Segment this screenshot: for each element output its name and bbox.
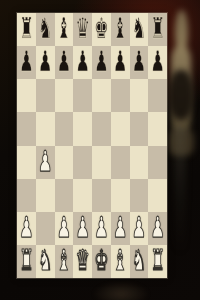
square-f7[interactable]: ♟ (111, 46, 130, 79)
square-d4[interactable] (73, 146, 92, 179)
black-pawn-f7[interactable]: ♟ (113, 48, 127, 76)
black-bishop-f8[interactable]: ♝ (113, 15, 127, 43)
white-king-e1[interactable]: ♚ (94, 247, 108, 275)
white-pawn-f2[interactable]: ♟ (113, 213, 127, 241)
white-knight-g1[interactable]: ♞ (132, 247, 146, 275)
square-a8[interactable]: ♜ (17, 13, 36, 46)
square-e4[interactable] (92, 146, 111, 179)
square-b1[interactable]: ♞ (36, 245, 55, 278)
square-g3[interactable] (130, 179, 149, 212)
square-b4[interactable]: ♟ (36, 146, 55, 179)
background-pawn-body (171, 45, 191, 133)
square-g6[interactable] (130, 79, 149, 112)
square-c2[interactable]: ♟ (55, 212, 74, 245)
square-d7[interactable]: ♟ (73, 46, 92, 79)
square-h6[interactable] (148, 79, 167, 112)
square-c3[interactable] (55, 179, 74, 212)
white-pawn-c2[interactable]: ♟ (57, 213, 71, 241)
white-bishop-f1[interactable]: ♝ (113, 247, 127, 275)
square-d1[interactable]: ♛ (73, 245, 92, 278)
square-e1[interactable]: ♚ (92, 245, 111, 278)
square-h2[interactable]: ♟ (148, 212, 167, 245)
background-blurred-pawn-photo (167, 10, 195, 190)
square-a1[interactable]: ♜ (17, 245, 36, 278)
square-c4[interactable] (55, 146, 74, 179)
square-a3[interactable] (17, 179, 36, 212)
square-h4[interactable] (148, 146, 167, 179)
black-rook-a8[interactable]: ♜ (19, 15, 33, 43)
black-pawn-d7[interactable]: ♟ (75, 48, 89, 76)
square-g5[interactable] (130, 112, 149, 145)
chess-board: ♜♞♝♛♚♝♞♜♟♟♟♟♟♟♟♟♟♟♟♟♟♟♟♟♜♞♝♛♚♝♞♜ (17, 13, 167, 278)
square-f1[interactable]: ♝ (111, 245, 130, 278)
square-g2[interactable]: ♟ (130, 212, 149, 245)
white-bishop-c1[interactable]: ♝ (57, 247, 71, 275)
square-d6[interactable] (73, 79, 92, 112)
black-knight-g8[interactable]: ♞ (132, 15, 146, 43)
black-pawn-e7[interactable]: ♟ (94, 48, 108, 76)
square-a6[interactable] (17, 79, 36, 112)
black-pawn-a7[interactable]: ♟ (19, 48, 33, 76)
square-f2[interactable]: ♟ (111, 212, 130, 245)
white-pawn-b4[interactable]: ♟ (38, 147, 52, 175)
square-g7[interactable]: ♟ (130, 46, 149, 79)
square-c5[interactable] (55, 112, 74, 145)
white-pawn-d2[interactable]: ♟ (75, 213, 89, 241)
square-c7[interactable]: ♟ (55, 46, 74, 79)
white-knight-b1[interactable]: ♞ (38, 247, 52, 275)
square-b2[interactable] (36, 212, 55, 245)
square-b7[interactable]: ♟ (36, 46, 55, 79)
square-b5[interactable] (36, 112, 55, 145)
square-f5[interactable] (111, 112, 130, 145)
square-c8[interactable]: ♝ (55, 13, 74, 46)
square-d5[interactable] (73, 112, 92, 145)
black-pawn-c7[interactable]: ♟ (57, 48, 71, 76)
black-pawn-h7[interactable]: ♟ (150, 48, 164, 76)
black-pawn-g7[interactable]: ♟ (132, 48, 146, 76)
background-light-streak (174, 125, 186, 255)
square-g8[interactable]: ♞ (130, 13, 149, 46)
white-rook-h1[interactable]: ♜ (150, 247, 164, 275)
square-e8[interactable]: ♚ (92, 13, 111, 46)
black-pawn-b7[interactable]: ♟ (38, 48, 52, 76)
background-pawn-base (168, 128, 194, 156)
square-f4[interactable] (111, 146, 130, 179)
black-knight-b8[interactable]: ♞ (38, 15, 52, 43)
square-f6[interactable] (111, 79, 130, 112)
black-queen-d8[interactable]: ♛ (75, 15, 89, 43)
background-dark-piece-shadow (169, 70, 193, 120)
square-h7[interactable]: ♟ (148, 46, 167, 79)
background-pawn-head (175, 10, 188, 52)
square-a4[interactable] (17, 146, 36, 179)
square-h8[interactable]: ♜ (148, 13, 167, 46)
square-h5[interactable] (148, 112, 167, 145)
square-b3[interactable] (36, 179, 55, 212)
app-screen: ♜♞♝♛♚♝♞♜♟♟♟♟♟♟♟♟♟♟♟♟♟♟♟♟♜♞♝♛♚♝♞♜ (0, 0, 200, 300)
square-f8[interactable]: ♝ (111, 13, 130, 46)
black-king-e8[interactable]: ♚ (94, 15, 108, 43)
white-pawn-h2[interactable]: ♟ (150, 213, 164, 241)
square-b6[interactable] (36, 79, 55, 112)
square-c6[interactable] (55, 79, 74, 112)
square-d8[interactable]: ♛ (73, 13, 92, 46)
square-h1[interactable]: ♜ (148, 245, 167, 278)
square-a2[interactable]: ♟ (17, 212, 36, 245)
white-pawn-g2[interactable]: ♟ (132, 213, 146, 241)
square-a5[interactable] (17, 112, 36, 145)
square-e5[interactable] (92, 112, 111, 145)
square-g4[interactable] (130, 146, 149, 179)
square-d2[interactable]: ♟ (73, 212, 92, 245)
square-e3[interactable] (92, 179, 111, 212)
black-rook-h8[interactable]: ♜ (150, 15, 164, 43)
white-queen-d1[interactable]: ♛ (75, 247, 89, 275)
square-d3[interactable] (73, 179, 92, 212)
square-f3[interactable] (111, 179, 130, 212)
white-pawn-e2[interactable]: ♟ (94, 213, 108, 241)
square-e6[interactable] (92, 79, 111, 112)
white-rook-a1[interactable]: ♜ (19, 247, 33, 275)
background-bottom-glow (92, 281, 150, 300)
square-g1[interactable]: ♞ (130, 245, 149, 278)
square-b8[interactable]: ♞ (36, 13, 55, 46)
square-e7[interactable]: ♟ (92, 46, 111, 79)
square-a7[interactable]: ♟ (17, 46, 36, 79)
white-pawn-a2[interactable]: ♟ (19, 213, 33, 241)
square-h3[interactable] (148, 179, 167, 212)
square-c1[interactable]: ♝ (55, 245, 74, 278)
black-bishop-c8[interactable]: ♝ (57, 15, 71, 43)
square-e2[interactable]: ♟ (92, 212, 111, 245)
